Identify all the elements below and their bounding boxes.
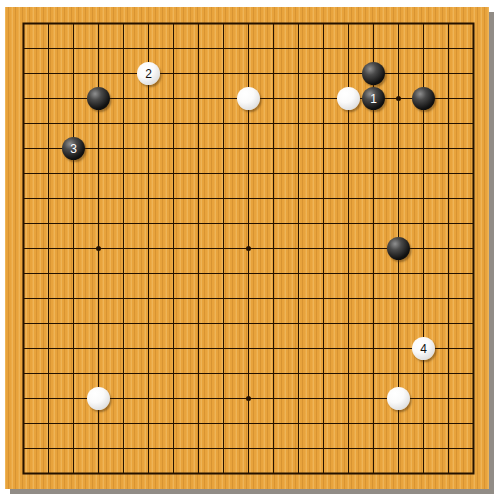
stone-black: 3 bbox=[62, 137, 85, 160]
star-point bbox=[246, 396, 251, 401]
stone-white: 4 bbox=[412, 337, 435, 360]
stone-white: 2 bbox=[137, 62, 160, 85]
stone-black: 1 bbox=[362, 87, 385, 110]
stone-black bbox=[387, 237, 410, 260]
star-point bbox=[396, 96, 401, 101]
page: 1324 bbox=[0, 0, 500, 500]
stone-white bbox=[87, 387, 110, 410]
stone-black bbox=[87, 87, 110, 110]
go-board[interactable]: 1324 bbox=[5, 7, 489, 489]
stone-black bbox=[412, 87, 435, 110]
star-point bbox=[246, 246, 251, 251]
stone-white bbox=[337, 87, 360, 110]
stone-black bbox=[362, 62, 385, 85]
stone-white bbox=[237, 87, 260, 110]
stone-white bbox=[387, 387, 410, 410]
move-number-label: 3 bbox=[70, 143, 77, 155]
move-number-label: 1 bbox=[370, 93, 377, 105]
move-number-label: 2 bbox=[145, 68, 152, 80]
move-number-label: 4 bbox=[420, 343, 427, 355]
star-point bbox=[96, 246, 101, 251]
